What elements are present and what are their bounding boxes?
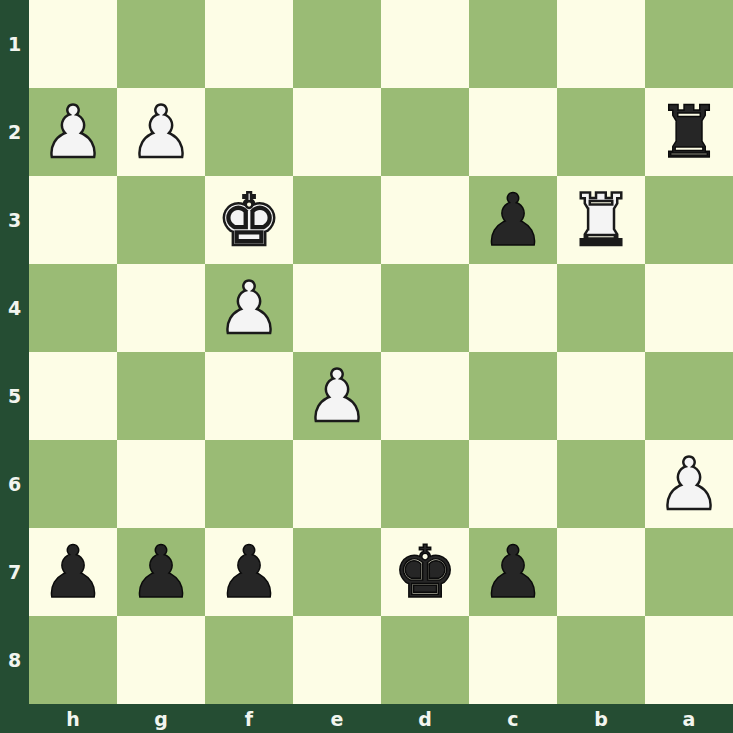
rank-label-1: 1 [0,0,29,88]
board-corner [0,704,29,733]
square-f2[interactable] [205,88,293,176]
square-c4[interactable] [469,264,557,352]
piece-black-rook-a2[interactable]: ♜ [645,88,733,176]
piece-white-pawn-a6[interactable]: ♟ [645,440,733,528]
square-a4[interactable] [645,264,733,352]
square-e6[interactable] [293,440,381,528]
square-b7[interactable] [557,528,645,616]
piece-black-pawn-h7[interactable]: ♟ [29,528,117,616]
piece-black-pawn-g7[interactable]: ♟ [117,528,205,616]
piece-white-pawn-f4[interactable]: ♟ [205,264,293,352]
rank-label-5: 5 [0,352,29,440]
square-g3[interactable] [117,176,205,264]
piece-black-pawn-c7[interactable]: ♟ [469,528,557,616]
square-c1[interactable] [469,0,557,88]
square-h2[interactable]: ♟ [29,88,117,176]
piece-white-pawn-h2[interactable]: ♟ [29,88,117,176]
square-d1[interactable] [381,0,469,88]
square-c2[interactable] [469,88,557,176]
rank-label-3: 3 [0,176,29,264]
square-d5[interactable] [381,352,469,440]
file-label-e: e [293,704,381,733]
rank-label-4: 4 [0,264,29,352]
square-a5[interactable] [645,352,733,440]
square-d4[interactable] [381,264,469,352]
rank-label-7: 7 [0,528,29,616]
square-f7[interactable]: ♟ [205,528,293,616]
square-h1[interactable] [29,0,117,88]
square-b2[interactable] [557,88,645,176]
file-label-c: c [469,704,557,733]
square-f6[interactable] [205,440,293,528]
piece-white-pawn-g2[interactable]: ♟ [117,88,205,176]
square-a6[interactable]: ♟ [645,440,733,528]
square-e1[interactable] [293,0,381,88]
square-e5[interactable]: ♟ [293,352,381,440]
piece-white-rook-b3[interactable]: ♜ [557,176,645,264]
square-c6[interactable] [469,440,557,528]
square-d7[interactable]: ♚ [381,528,469,616]
square-g1[interactable] [117,0,205,88]
square-a8[interactable] [645,616,733,704]
square-e4[interactable] [293,264,381,352]
square-c5[interactable] [469,352,557,440]
square-h6[interactable] [29,440,117,528]
square-g2[interactable]: ♟ [117,88,205,176]
square-a2[interactable]: ♜ [645,88,733,176]
square-g8[interactable] [117,616,205,704]
square-h8[interactable] [29,616,117,704]
file-label-h: h [29,704,117,733]
rank-label-8: 8 [0,616,29,704]
square-d8[interactable] [381,616,469,704]
square-g7[interactable]: ♟ [117,528,205,616]
square-d3[interactable] [381,176,469,264]
rank-label-2: 2 [0,88,29,176]
square-b8[interactable] [557,616,645,704]
square-b5[interactable] [557,352,645,440]
chess-board-frame: 12345678 ♟♟♜♚♟♜♟♟♟♟♟♟♚♟ hgfedcba [0,0,733,733]
square-f5[interactable] [205,352,293,440]
square-a7[interactable] [645,528,733,616]
square-b1[interactable] [557,0,645,88]
square-e2[interactable] [293,88,381,176]
piece-black-pawn-f7[interactable]: ♟ [205,528,293,616]
square-c7[interactable]: ♟ [469,528,557,616]
square-h5[interactable] [29,352,117,440]
rank-labels-column: 12345678 [0,0,29,704]
chess-board[interactable]: ♟♟♜♚♟♜♟♟♟♟♟♟♚♟ [29,0,733,704]
file-labels-row: hgfedcba [29,704,733,733]
square-d6[interactable] [381,440,469,528]
file-label-f: f [205,704,293,733]
square-f3[interactable]: ♚ [205,176,293,264]
square-g5[interactable] [117,352,205,440]
square-a1[interactable] [645,0,733,88]
square-b4[interactable] [557,264,645,352]
square-h7[interactable]: ♟ [29,528,117,616]
square-f8[interactable] [205,616,293,704]
square-g6[interactable] [117,440,205,528]
file-label-g: g [117,704,205,733]
square-e3[interactable] [293,176,381,264]
square-b3[interactable]: ♜ [557,176,645,264]
square-a3[interactable] [645,176,733,264]
file-label-a: a [645,704,733,733]
piece-white-king-f3[interactable]: ♚ [205,176,293,264]
file-label-d: d [381,704,469,733]
square-c8[interactable] [469,616,557,704]
file-label-b: b [557,704,645,733]
rank-label-6: 6 [0,440,29,528]
piece-white-pawn-e5[interactable]: ♟ [293,352,381,440]
square-g4[interactable] [117,264,205,352]
square-e7[interactable] [293,528,381,616]
square-h3[interactable] [29,176,117,264]
piece-black-king-d7[interactable]: ♚ [381,528,469,616]
square-c3[interactable]: ♟ [469,176,557,264]
square-e8[interactable] [293,616,381,704]
square-f4[interactable]: ♟ [205,264,293,352]
square-d2[interactable] [381,88,469,176]
piece-black-pawn-c3[interactable]: ♟ [469,176,557,264]
square-f1[interactable] [205,0,293,88]
square-h4[interactable] [29,264,117,352]
square-b6[interactable] [557,440,645,528]
